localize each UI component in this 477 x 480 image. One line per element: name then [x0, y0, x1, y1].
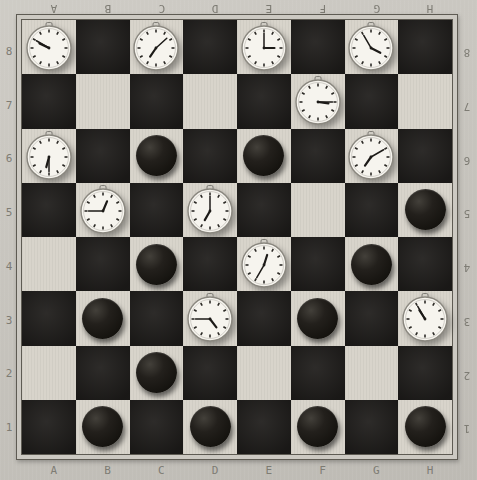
square-c3[interactable] [130, 291, 184, 345]
clock-piece-c8[interactable] [132, 22, 180, 72]
checker-piece-f1[interactable] [297, 406, 338, 447]
clock-piece-d5[interactable] [186, 185, 234, 235]
rank-label-right-8: 8 [461, 25, 473, 79]
square-c5[interactable] [130, 183, 184, 237]
file-label-top-a: A [27, 2, 81, 14]
rank-label-left-4: 4 [3, 240, 15, 294]
square-h1[interactable] [398, 400, 452, 454]
file-labels-bottom: ABCDEFGH [27, 465, 457, 477]
square-h7[interactable] [398, 74, 452, 128]
square-f4[interactable] [291, 237, 345, 291]
square-d4[interactable] [183, 237, 237, 291]
checker-piece-c6[interactable] [136, 135, 177, 176]
square-e7[interactable] [237, 74, 291, 128]
file-label-bottom-b: B [81, 465, 135, 477]
checker-piece-g4[interactable] [351, 244, 392, 285]
square-e3[interactable] [237, 291, 291, 345]
square-b6[interactable] [76, 129, 130, 183]
square-d8[interactable] [183, 20, 237, 74]
clock-piece-g8[interactable] [347, 22, 395, 72]
clock-piece-g6[interactable] [347, 131, 395, 181]
square-c1[interactable] [130, 400, 184, 454]
rank-label-left-5: 5 [3, 186, 15, 240]
square-b7[interactable] [76, 74, 130, 128]
file-label-bottom-d: D [188, 465, 242, 477]
square-c2[interactable] [130, 346, 184, 400]
checker-piece-h5[interactable] [405, 189, 446, 230]
square-b2[interactable] [76, 346, 130, 400]
rank-label-right-6: 6 [461, 133, 473, 187]
square-h4[interactable] [398, 237, 452, 291]
board-grid [22, 20, 452, 454]
square-h8[interactable] [398, 20, 452, 74]
rank-label-right-7: 7 [461, 79, 473, 133]
checker-piece-h1[interactable] [405, 406, 446, 447]
file-label-bottom-h: H [403, 465, 457, 477]
square-a4[interactable] [22, 237, 76, 291]
square-b8[interactable] [76, 20, 130, 74]
rank-labels-left: 87654321 [3, 25, 15, 455]
rank-label-right-5: 5 [461, 186, 473, 240]
rank-label-right-3: 3 [461, 294, 473, 348]
square-g5[interactable] [345, 183, 399, 237]
clock-piece-e8[interactable] [240, 22, 288, 72]
square-e1[interactable] [237, 400, 291, 454]
checker-piece-b1[interactable] [82, 406, 123, 447]
file-label-top-c: C [135, 2, 189, 14]
checker-piece-f3[interactable] [297, 298, 338, 339]
clock-piece-a6[interactable] [25, 131, 73, 181]
file-label-bottom-g: G [350, 465, 404, 477]
file-label-top-g: G [350, 2, 404, 14]
clock-piece-e4[interactable] [240, 239, 288, 289]
square-e5[interactable] [237, 183, 291, 237]
square-b3[interactable] [76, 291, 130, 345]
square-g8[interactable] [345, 20, 399, 74]
clock-piece-a8[interactable] [25, 22, 73, 72]
square-h6[interactable] [398, 129, 452, 183]
square-g4[interactable] [345, 237, 399, 291]
square-d2[interactable] [183, 346, 237, 400]
square-a6[interactable] [22, 129, 76, 183]
rank-labels-right: 87654321 [461, 25, 473, 455]
rank-label-left-3: 3 [3, 294, 15, 348]
square-h2[interactable] [398, 346, 452, 400]
rank-label-left-6: 6 [3, 133, 15, 187]
square-g6[interactable] [345, 129, 399, 183]
square-g2[interactable] [345, 346, 399, 400]
square-f8[interactable] [291, 20, 345, 74]
checker-piece-d1[interactable] [190, 406, 231, 447]
file-label-top-b: B [81, 2, 135, 14]
checker-piece-e6[interactable] [243, 135, 284, 176]
rank-label-right-2: 2 [461, 348, 473, 402]
square-c6[interactable] [130, 129, 184, 183]
square-f2[interactable] [291, 346, 345, 400]
square-h5[interactable] [398, 183, 452, 237]
square-g7[interactable] [345, 74, 399, 128]
clock-piece-b5[interactable] [79, 185, 127, 235]
square-a8[interactable] [22, 20, 76, 74]
clock-piece-d3[interactable] [186, 293, 234, 343]
checker-piece-b3[interactable] [82, 298, 123, 339]
square-a5[interactable] [22, 183, 76, 237]
square-c4[interactable] [130, 237, 184, 291]
square-e4[interactable] [237, 237, 291, 291]
board-frame [16, 14, 458, 460]
file-label-top-h: H [403, 2, 457, 14]
square-a7[interactable] [22, 74, 76, 128]
square-g3[interactable] [345, 291, 399, 345]
board-inner-frame [21, 19, 453, 455]
rank-label-left-1: 1 [3, 401, 15, 455]
square-c7[interactable] [130, 74, 184, 128]
file-label-top-d: D [188, 2, 242, 14]
square-e6[interactable] [237, 129, 291, 183]
square-d5[interactable] [183, 183, 237, 237]
rank-label-right-4: 4 [461, 240, 473, 294]
checker-piece-c2[interactable] [136, 352, 177, 393]
square-c8[interactable] [130, 20, 184, 74]
clock-piece-h3[interactable] [401, 293, 449, 343]
rank-label-left-7: 7 [3, 79, 15, 133]
square-d7[interactable] [183, 74, 237, 128]
square-f3[interactable] [291, 291, 345, 345]
file-labels-top: ABCDEFGH [27, 2, 457, 14]
square-b1[interactable] [76, 400, 130, 454]
file-label-bottom-a: A [27, 465, 81, 477]
rank-label-left-8: 8 [3, 25, 15, 79]
square-a1[interactable] [22, 400, 76, 454]
square-f7[interactable] [291, 74, 345, 128]
rank-label-left-2: 2 [3, 348, 15, 402]
square-f6[interactable] [291, 129, 345, 183]
square-b4[interactable] [76, 237, 130, 291]
rank-label-right-1: 1 [461, 401, 473, 455]
square-d3[interactable] [183, 291, 237, 345]
board-photo: ABCDEFGH 87654321 87654321 ABCDEFGH [0, 0, 477, 480]
square-h3[interactable] [398, 291, 452, 345]
square-g1[interactable] [345, 400, 399, 454]
square-b5[interactable] [76, 183, 130, 237]
square-f5[interactable] [291, 183, 345, 237]
file-label-bottom-f: F [296, 465, 350, 477]
square-a2[interactable] [22, 346, 76, 400]
file-label-bottom-c: C [135, 465, 189, 477]
file-label-top-e: E [242, 2, 296, 14]
square-d6[interactable] [183, 129, 237, 183]
clock-piece-f7[interactable] [294, 76, 342, 126]
square-a3[interactable] [22, 291, 76, 345]
square-f1[interactable] [291, 400, 345, 454]
checker-piece-c4[interactable] [136, 244, 177, 285]
file-label-bottom-e: E [242, 465, 296, 477]
square-d1[interactable] [183, 400, 237, 454]
file-label-top-f: F [296, 2, 350, 14]
square-e2[interactable] [237, 346, 291, 400]
square-e8[interactable] [237, 20, 291, 74]
